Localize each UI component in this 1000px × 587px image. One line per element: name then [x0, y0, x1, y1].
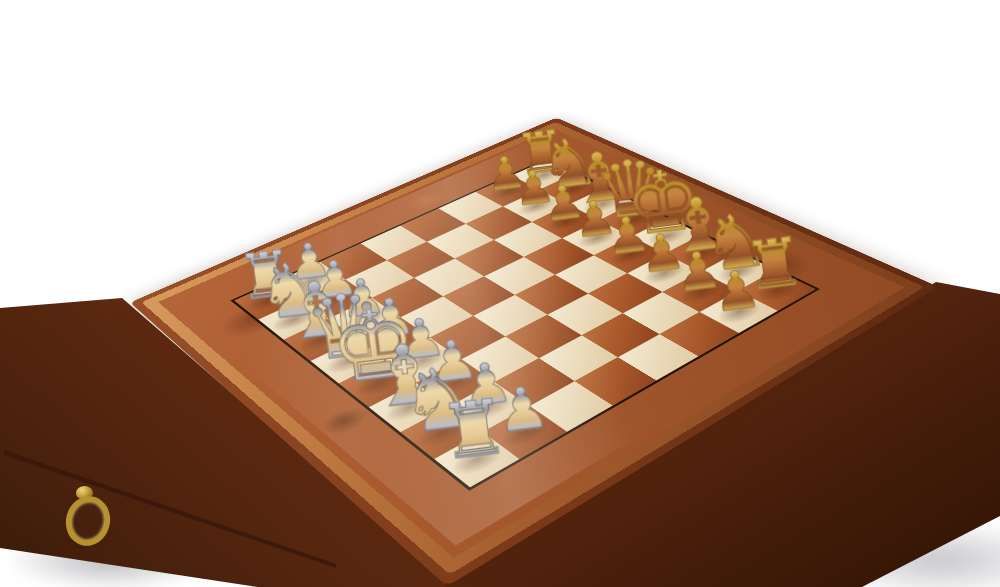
board-burl-frame: ♜♟♟♜♞♟♟♞♝♟♟♝♛♟♟♛♚♟♟♚♝♟♟♝♞♟♟♞♜♟♟♜	[158, 129, 905, 558]
chess-board: ♜♟♟♜♞♟♟♞♝♟♟♝♛♟♟♛♚♟♟♚♝♟♟♝♞♟♟♞♜♟♟♜	[130, 118, 938, 587]
rook-glyph-icon: ♜	[435, 388, 511, 471]
board-grid: ♜♟♟♜♞♟♟♞♝♟♟♝♛♟♟♛♚♟♟♚♝♟♟♝♞♟♟♞♜♟♟♜	[230, 158, 820, 490]
board-molded-lip: ♜♟♟♜♞♟♟♞♝♟♟♝♛♟♟♛♚♟♟♚♝♟♟♝♞♟♟♞♜♟♟♜	[141, 122, 924, 574]
ring-loop-icon	[61, 491, 116, 550]
board-perspective: ♜♟♟♜♞♟♟♞♝♟♟♝♛♟♟♛♚♟♟♚♝♟♟♝♞♟♟♞♜♟♟♜	[193, 0, 837, 587]
chess-set-product-photo: ♜♟♟♜♞♟♟♞♝♟♟♝♛♟♟♛♚♟♟♚♝♟♟♝♞♟♟♞♜♟♟♜	[0, 0, 1000, 587]
drawer-ring-pull[interactable]	[62, 486, 114, 548]
board-3d-wrapper: ♜♟♟♜♞♟♟♞♝♟♟♝♛♟♟♛♚♟♟♚♝♟♟♝♞♟♟♞♜♟♟♜	[193, 0, 837, 587]
square-h1[interactable]: ♜	[434, 432, 519, 487]
gold-rook-h8[interactable]: ♜	[778, 283, 845, 356]
